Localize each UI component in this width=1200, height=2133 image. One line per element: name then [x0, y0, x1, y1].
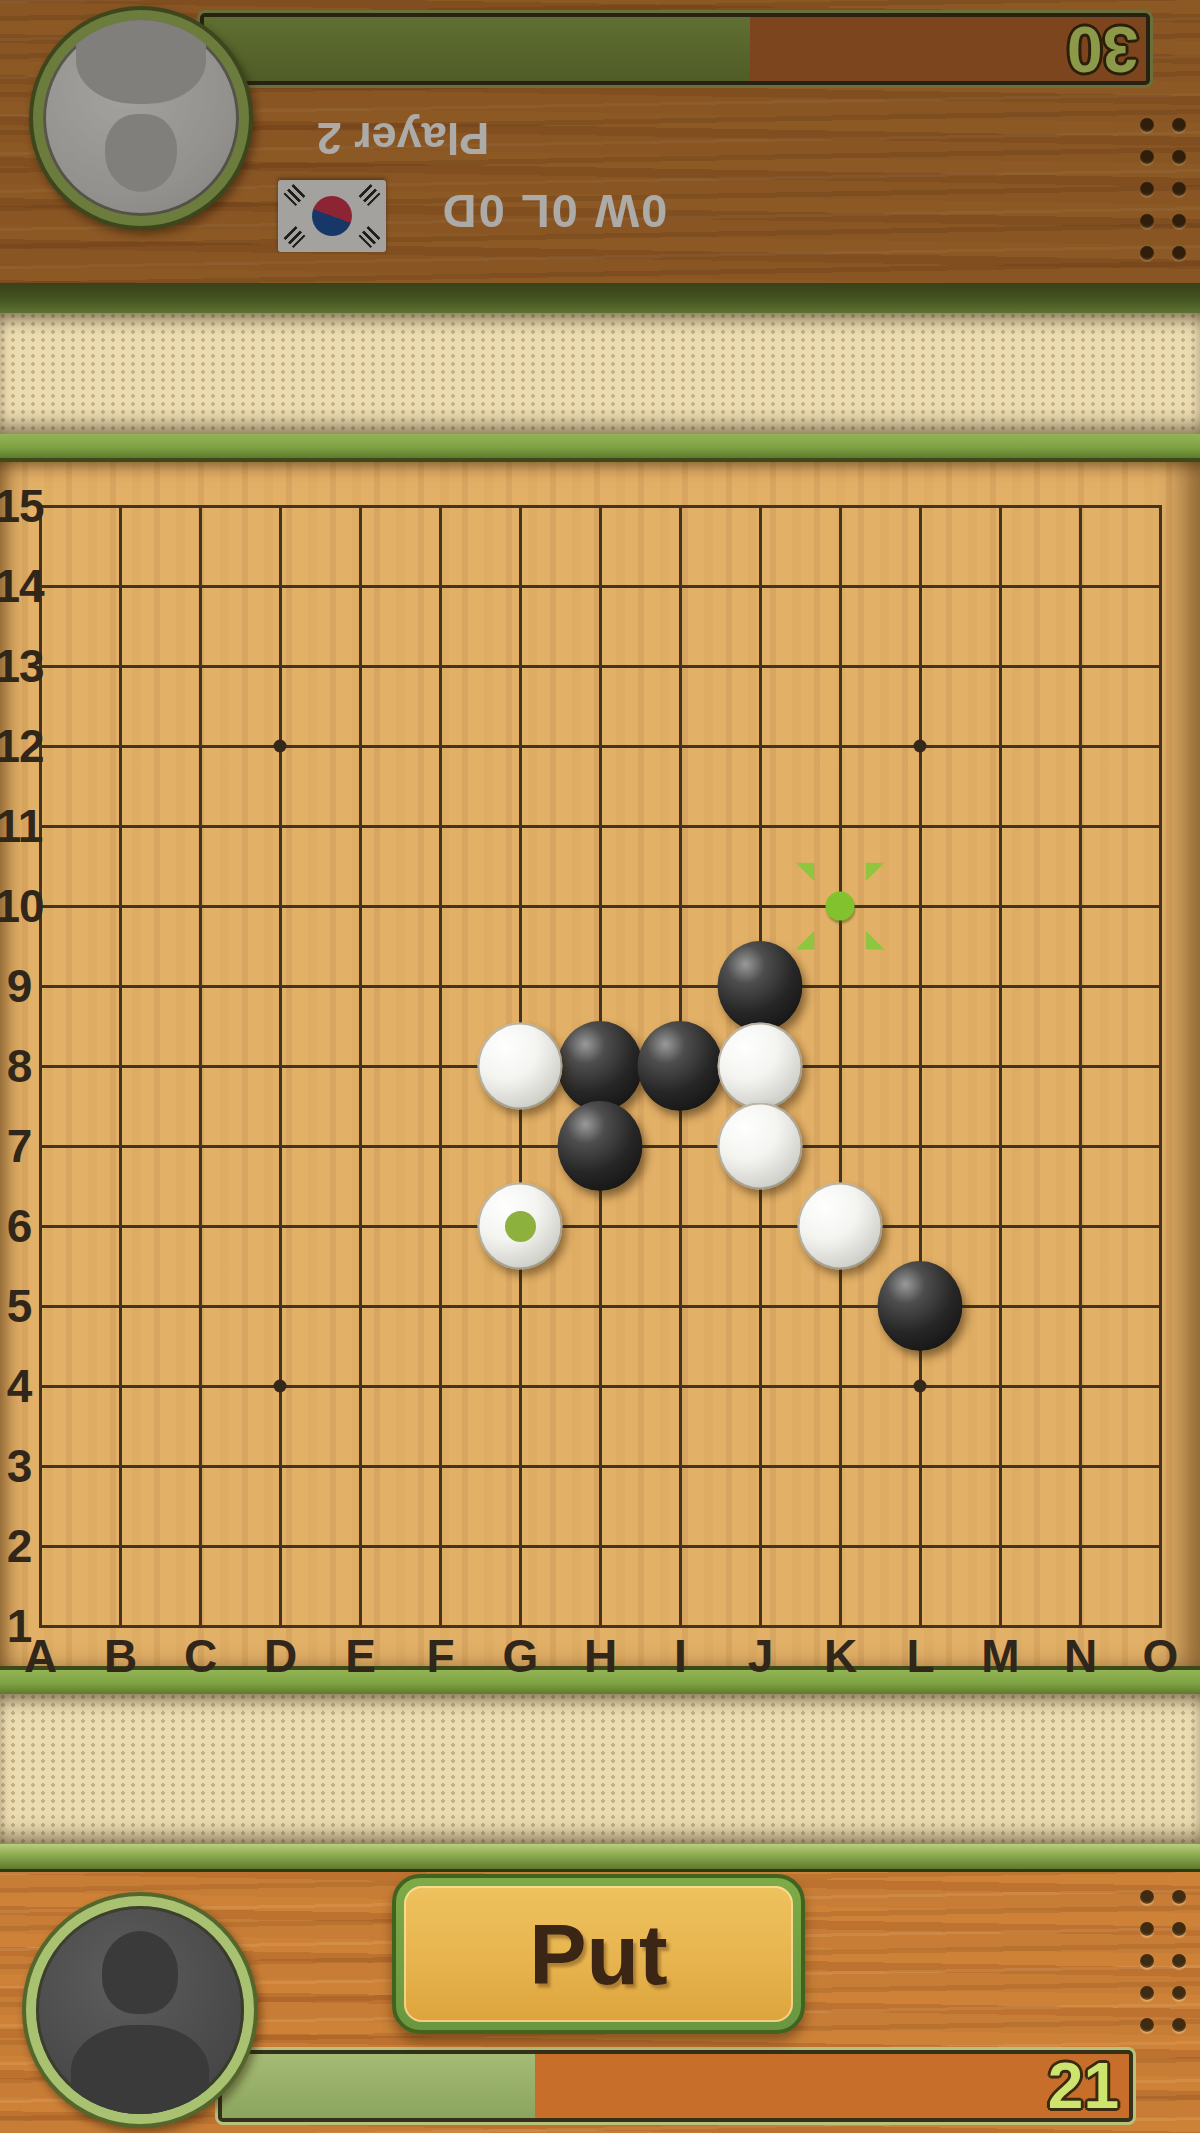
- bottom-panel-hole: [1172, 1922, 1186, 1936]
- bottom-panel-hole: [1140, 2018, 1154, 2032]
- bottom-panel-hole: [1140, 1986, 1154, 2000]
- separator-bar: [0, 434, 1200, 462]
- bottom-panel-hole: [1140, 1954, 1154, 1968]
- bottom-player-avatar: [22, 1892, 258, 2128]
- put-button[interactable]: Put: [392, 1874, 805, 2034]
- bottom-timer-value: 21: [1048, 2054, 1119, 2118]
- bottom-panel-hole: [1140, 1922, 1154, 1936]
- bottom-panel-hole: [1172, 2018, 1186, 2032]
- bottom-panel-hole: [1172, 1954, 1186, 1968]
- bottom-panel-hole: [1140, 1890, 1154, 1904]
- separator-bar: [0, 1844, 1200, 1872]
- texture-strip: [0, 1694, 1200, 1844]
- gomoku-game-screen: 30 Player 2 0W 0L 0D ABCDEFGHIJKLMNO1514…: [0, 0, 1200, 2133]
- put-button-label: Put: [529, 1905, 668, 2004]
- separator-bar: [0, 1666, 1200, 1694]
- board-grid-lines[interactable]: [39, 505, 1162, 1628]
- bottom-timer-fill: [222, 2054, 535, 2118]
- texture-strip: [0, 313, 1200, 434]
- bottom-panel-hole: [1172, 1890, 1186, 1904]
- bottom-timer-bar: 21: [218, 2050, 1133, 2122]
- person-silhouette-icon: [36, 1906, 244, 2114]
- bottom-panel-hole: [1172, 1986, 1186, 2000]
- goban-board[interactable]: [0, 462, 1200, 1666]
- opponent-dim-overlay: [0, 0, 1200, 313]
